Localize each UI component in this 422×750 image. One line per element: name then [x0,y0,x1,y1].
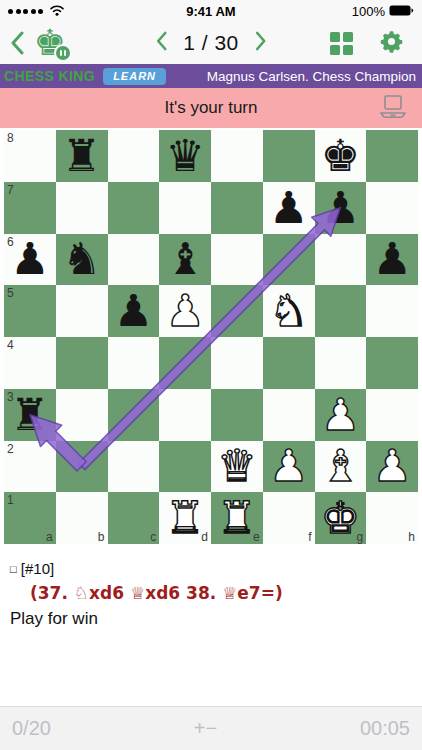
square-h5[interactable] [366,285,418,337]
puzzle-list-grid-button[interactable] [330,32,353,55]
square-f5[interactable]: ♞ [263,285,315,337]
black-pawn-h6: ♟ [366,234,418,286]
battery-percent: 100% [352,4,385,19]
square-a4[interactable]: 4 [4,337,56,389]
chess-board: 8♜♛♚7♟♟6♟♞♝♟5♟♟♞43♜♟2♛♟♝♟1abcd♜e♜fg♚h [4,130,418,544]
square-g1[interactable]: g♚ [315,492,367,544]
chess-king-logo-icon[interactable]: ♚ [28,23,72,63]
black-knight-b6: ♞ [56,234,108,286]
black-queen-d8: ♛ [159,130,211,182]
status-bar: 9:41 AM 100% [0,0,422,22]
rank-label-4: 4 [7,338,14,352]
square-e4[interactable] [211,337,263,389]
file-label-f: f [308,530,311,544]
square-e5[interactable] [211,285,263,337]
square-a3[interactable]: 3♜ [4,389,56,441]
white-pawn-f2: ♟ [263,441,315,493]
square-c2[interactable] [108,441,160,493]
exercise-header: □ [#10] [10,560,412,577]
black-rook-a3: ♜ [4,389,56,441]
square-a2[interactable]: 2 [4,441,56,493]
square-g8[interactable]: ♚ [315,130,367,182]
learn-badge: LEARN [103,68,166,85]
square-a5[interactable]: 5 [4,285,56,337]
brand-bar: CHESS KING LEARN Magnus Carlsen. Chess C… [0,64,422,88]
black-pawn-a6: ♟ [4,234,56,286]
square-d1[interactable]: d♜ [159,492,211,544]
chess-board-area: 8♜♛♚7♟♟6♟♞♝♟5♟♟♞43♜♟2♛♟♝♟1abcd♜e♜fg♚h [0,128,422,546]
puzzle-counter: 1 / 30 [183,31,239,55]
nav-bar: ♚ 1 / 30 [0,22,422,64]
bottom-toolbar: 0/20 +− 00:05 [0,706,422,750]
black-pawn-f7: ♟ [263,182,315,234]
square-b1[interactable]: b [56,492,108,544]
square-d7[interactable] [159,182,211,234]
square-d8[interactable]: ♛ [159,130,211,182]
white-rook-e1: ♜ [211,492,263,544]
white-pawn-g3: ♟ [315,389,367,441]
square-f8[interactable] [263,130,315,182]
black-king-g8: ♚ [315,130,367,182]
square-d4[interactable] [159,337,211,389]
square-c6[interactable] [108,234,160,286]
square-b2[interactable] [56,441,108,493]
square-a6[interactable]: 6♟ [4,234,56,286]
white-pawn-h2: ♟ [366,441,418,493]
file-label-a: a [46,530,53,544]
app-screen: 9:41 AM 100% ♚ 1 / 30 [0,0,422,750]
square-d5[interactable]: ♟ [159,285,211,337]
square-b5[interactable] [56,285,108,337]
variation-line: (37. ♘xd6 ♕xd6 38. ♕e7=) [10,583,412,603]
timer: 00:05 [360,717,410,740]
computer-opponent-icon[interactable] [378,95,408,124]
square-c1[interactable]: c [108,492,160,544]
puzzle-pager: 1 / 30 [155,22,267,64]
square-b8[interactable]: ♜ [56,130,108,182]
turn-message: It's your turn [164,98,257,118]
course-title: Magnus Carlsen. Chess Champion [207,69,418,84]
instruction-text: Play for win [10,609,412,629]
square-d2[interactable] [159,441,211,493]
square-c8[interactable] [108,130,160,182]
square-c4[interactable] [108,337,160,389]
square-h6[interactable]: ♟ [366,234,418,286]
square-e2[interactable]: ♛ [211,441,263,493]
rank-label-2: 2 [7,442,14,456]
black-pawn-g7: ♟ [315,182,367,234]
notes-panel: □ [#10] (37. ♘xd6 ♕xd6 38. ♕e7=) Play fo… [0,546,422,629]
square-e1[interactable]: e♜ [211,492,263,544]
square-h3[interactable] [366,389,418,441]
square-h1[interactable]: h [366,492,418,544]
square-b4[interactable] [56,337,108,389]
settings-gear-button[interactable] [379,29,404,58]
prev-puzzle-button[interactable] [155,31,167,55]
square-b3[interactable] [56,389,108,441]
square-g4[interactable] [315,337,367,389]
square-h4[interactable] [366,337,418,389]
square-g7[interactable]: ♟ [315,182,367,234]
rank-label-5: 5 [7,286,14,300]
file-label-b: b [98,530,105,544]
file-label-c: c [150,530,156,544]
white-to-move-marker: □ [10,563,17,575]
square-g2[interactable]: ♝ [315,441,367,493]
black-rook-b8: ♜ [56,130,108,182]
file-label-h: h [408,530,415,544]
square-h2[interactable]: ♟ [366,441,418,493]
black-bishop-d6: ♝ [159,234,211,286]
square-h8[interactable] [366,130,418,182]
battery-icon [389,4,414,19]
square-f4[interactable] [263,337,315,389]
square-f1[interactable]: f [263,492,315,544]
white-bishop-g2: ♝ [315,441,367,493]
white-queen-e2: ♛ [211,441,263,493]
square-h7[interactable] [366,182,418,234]
white-rook-d1: ♜ [159,492,211,544]
rank-label-8: 8 [7,131,14,145]
next-puzzle-button[interactable] [255,31,267,55]
square-e7[interactable] [211,182,263,234]
turn-banner: It's your turn [0,88,422,128]
square-e6[interactable] [211,234,263,286]
white-king-g1: ♚ [315,492,367,544]
square-g6[interactable] [315,234,367,286]
square-g5[interactable] [315,285,367,337]
square-f3[interactable] [263,389,315,441]
square-a1[interactable]: 1a [4,492,56,544]
white-pawn-d5: ♟ [159,285,211,337]
white-knight-f5: ♞ [263,285,315,337]
score-counter: 0/20 [12,717,51,740]
back-button[interactable] [10,30,24,56]
exercise-id: [#10] [21,560,54,577]
rank-label-7: 7 [7,183,14,197]
square-d3[interactable] [159,389,211,441]
square-c5[interactable]: ♟ [108,285,160,337]
plus-minus-control[interactable]: +− [194,717,217,740]
square-c3[interactable] [108,389,160,441]
square-b7[interactable] [56,182,108,234]
square-e3[interactable] [211,389,263,441]
square-f7[interactable]: ♟ [263,182,315,234]
square-g3[interactable]: ♟ [315,389,367,441]
square-a7[interactable]: 7 [4,182,56,234]
square-e8[interactable] [211,130,263,182]
square-f2[interactable]: ♟ [263,441,315,493]
square-f6[interactable] [263,234,315,286]
black-pawn-c5: ♟ [108,285,160,337]
square-c7[interactable] [108,182,160,234]
square-d6[interactable]: ♝ [159,234,211,286]
square-b6[interactable]: ♞ [56,234,108,286]
app-name: CHESS KING [4,68,95,84]
square-a8[interactable]: 8 [4,130,56,182]
rank-label-1: 1 [7,493,14,507]
